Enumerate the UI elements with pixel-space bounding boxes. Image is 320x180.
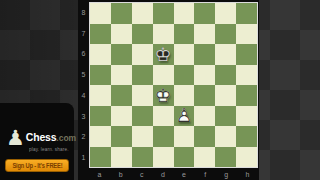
square-b5 (111, 65, 132, 86)
square-b7 (111, 24, 132, 45)
square-g1 (215, 147, 236, 168)
square-g6 (215, 44, 236, 65)
file-label-g: g (216, 169, 237, 180)
square-e7 (174, 24, 195, 45)
square-d7 (153, 24, 174, 45)
rank-labels: 87654321 (78, 2, 89, 168)
square-a4 (90, 85, 111, 106)
chesscom-branding-panel: ♟ Chess.com play. learn. share. Sign Up … (0, 103, 74, 180)
square-f1 (194, 147, 215, 168)
square-c3 (132, 106, 153, 127)
square-e2 (174, 126, 195, 147)
chessboard: ♚♔♚♔♟♙ (89, 2, 258, 168)
rank-label-1: 1 (78, 147, 89, 168)
square-c4 (132, 85, 153, 106)
signup-button-label: Sign Up - It's FREE! (12, 162, 62, 169)
square-g2 (215, 126, 236, 147)
square-c7 (132, 24, 153, 45)
square-a3 (90, 106, 111, 127)
square-a5 (90, 65, 111, 86)
square-g8 (215, 3, 236, 24)
file-label-h: h (237, 169, 258, 180)
square-b6 (111, 44, 132, 65)
square-h4 (236, 85, 257, 106)
square-c5 (132, 65, 153, 86)
square-h2 (236, 126, 257, 147)
square-c6 (132, 44, 153, 65)
square-f4 (194, 85, 215, 106)
rank-label-3: 3 (78, 106, 89, 127)
rank-label-6: 6 (78, 44, 89, 65)
square-b1 (111, 147, 132, 168)
video-frame: 87654321 ♚♔♚♔♟♙ abcdefgh ♟ Chess.com pla… (0, 0, 320, 180)
square-h1 (236, 147, 257, 168)
file-label-d: d (152, 169, 173, 180)
square-d8 (153, 3, 174, 24)
square-e6 (174, 44, 195, 65)
chessboard-widget: 87654321 ♚♔♚♔♟♙ abcdefgh (78, 0, 259, 180)
black-king: ♚♔ (153, 44, 173, 64)
file-label-a: a (89, 169, 110, 180)
square-g3 (215, 106, 236, 127)
square-f7 (194, 24, 215, 45)
white-king: ♚♔ (153, 85, 173, 105)
signup-button[interactable]: Sign Up - It's FREE! (5, 159, 69, 172)
file-labels: abcdefgh (89, 169, 258, 180)
square-b2 (111, 126, 132, 147)
square-f8 (194, 3, 215, 24)
file-label-e: e (174, 169, 195, 180)
file-label-f: f (195, 169, 216, 180)
logo-text: Chess (26, 131, 57, 143)
square-a8 (90, 3, 111, 24)
square-g4 (215, 85, 236, 106)
square-e5 (174, 65, 195, 86)
white-pawn: ♟♙ (174, 106, 194, 126)
square-e3: ♟♙ (174, 106, 195, 127)
square-f5 (194, 65, 215, 86)
rank-label-7: 7 (78, 23, 89, 44)
square-d3 (153, 106, 174, 127)
chesscom-logo[interactable]: ♟ Chess.com play. learn. share. (6, 127, 76, 152)
square-h5 (236, 65, 257, 86)
square-h7 (236, 24, 257, 45)
square-g7 (215, 24, 236, 45)
chesscom-pawn-icon: ♟ (6, 127, 25, 149)
square-h3 (236, 106, 257, 127)
square-a7 (90, 24, 111, 45)
square-g5 (215, 65, 236, 86)
file-label-c: c (131, 169, 152, 180)
logo-suffix: .com (56, 133, 76, 143)
square-f2 (194, 126, 215, 147)
square-d6: ♚♔ (153, 44, 174, 65)
square-h8 (236, 3, 257, 24)
rank-label-4: 4 (78, 85, 89, 106)
square-f6 (194, 44, 215, 65)
rank-label-5: 5 (78, 64, 89, 85)
square-d2 (153, 126, 174, 147)
square-d4: ♚♔ (153, 85, 174, 106)
square-a1 (90, 147, 111, 168)
square-d1 (153, 147, 174, 168)
square-h6 (236, 44, 257, 65)
square-c2 (132, 126, 153, 147)
square-e1 (174, 147, 195, 168)
rank-label-2: 2 (78, 127, 89, 148)
square-b3 (111, 106, 132, 127)
square-a6 (90, 44, 111, 65)
square-d5 (153, 65, 174, 86)
square-f3 (194, 106, 215, 127)
square-c1 (132, 147, 153, 168)
square-b4 (111, 85, 132, 106)
square-a2 (90, 126, 111, 147)
square-c8 (132, 3, 153, 24)
logo-tagline: play. learn. share. (29, 146, 73, 152)
square-b8 (111, 3, 132, 24)
file-label-b: b (110, 169, 131, 180)
square-e4 (174, 85, 195, 106)
rank-label-8: 8 (78, 2, 89, 23)
square-e8 (174, 3, 195, 24)
